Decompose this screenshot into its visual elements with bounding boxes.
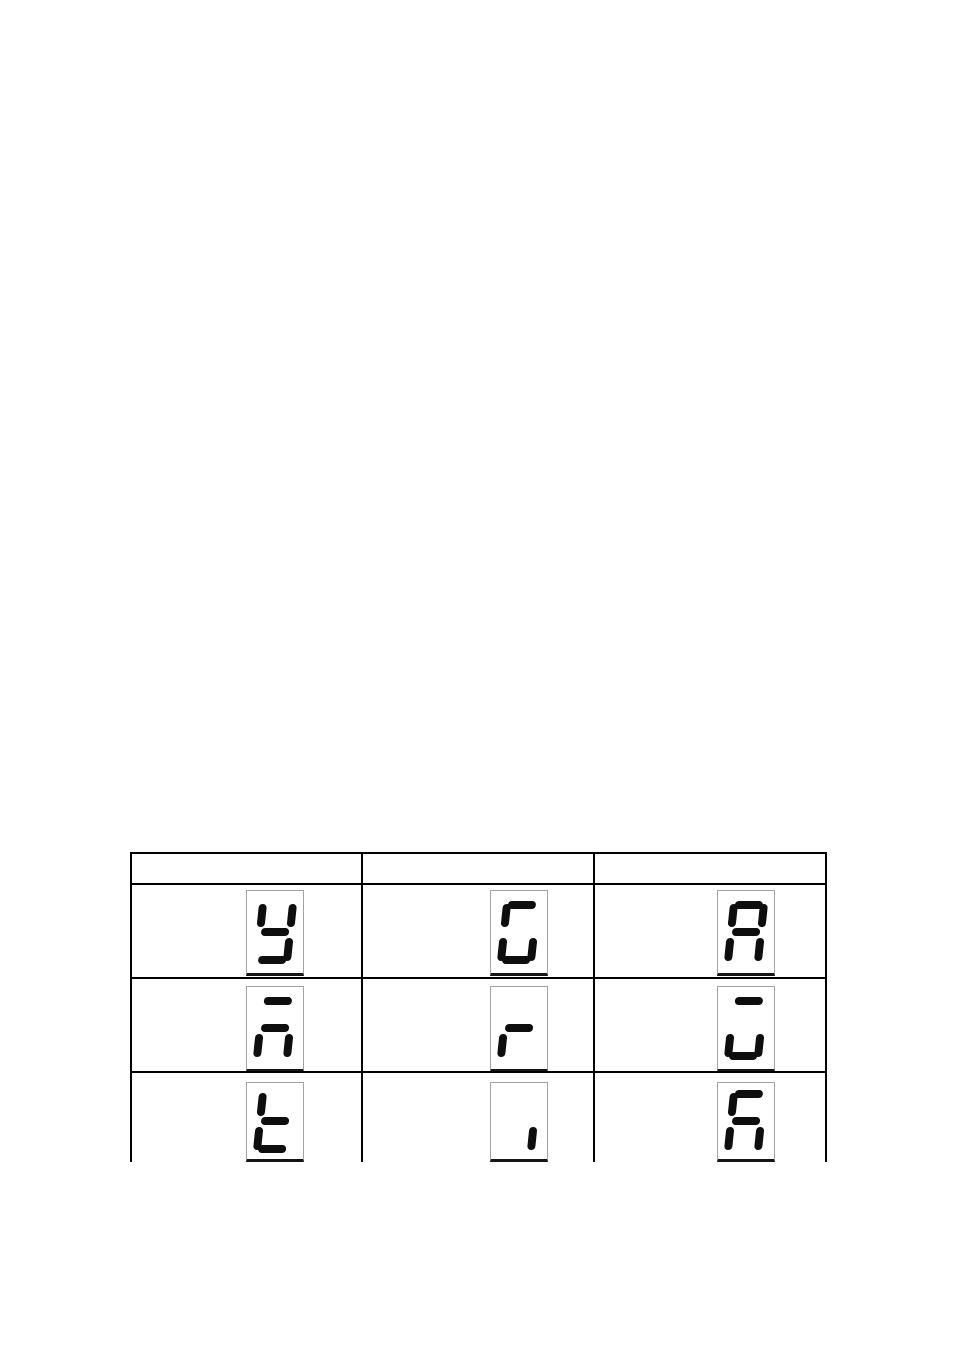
seven-segment-u-with-top-bar: [724, 997, 769, 1060]
display-image-frame: [717, 986, 775, 1072]
table-cell-r3c3: [593, 1071, 825, 1162]
segment-d: [729, 1052, 758, 1060]
seven-segment-h-with-top-bar: [724, 1090, 769, 1153]
segment-d: [502, 956, 531, 964]
table-cell-r2c2: [361, 977, 593, 1071]
segment-g: [261, 1117, 290, 1125]
segment-g: [261, 928, 290, 936]
table-cell-r3c1: [132, 1071, 361, 1162]
table-cell-r2c1: [132, 977, 361, 1071]
segment-c: [283, 1034, 293, 1057]
segment-a: [507, 901, 536, 909]
seven-segment-r: [497, 997, 542, 1060]
segment-e: [497, 1034, 507, 1057]
table-cell-r1c3: [593, 883, 825, 977]
table-cell-r1c2: [361, 883, 593, 977]
segment-d: [258, 956, 287, 964]
seven-segment-G: [497, 901, 542, 964]
display-image-frame: [717, 1082, 775, 1162]
segment-a: [734, 997, 763, 1005]
display-image-frame: [246, 986, 304, 1072]
display-image-frame: [490, 1082, 548, 1162]
table-cell-r3c2: [361, 1071, 593, 1162]
header-cell-1: [132, 854, 361, 883]
segment-g: [505, 1024, 534, 1032]
segment-b: [287, 904, 297, 927]
display-image-frame: [246, 1082, 304, 1162]
segment-g: [261, 1024, 290, 1032]
header-cell-3: [593, 854, 825, 883]
display-image-frame: [490, 986, 548, 1072]
segment-a: [263, 997, 292, 1005]
segment-e: [724, 1127, 734, 1150]
table-cell-r2c3: [593, 977, 825, 1071]
seven-segment-t: [253, 1090, 298, 1153]
segment-c: [754, 1127, 764, 1150]
segment-a: [734, 1090, 763, 1098]
segment-g: [732, 928, 761, 936]
segment-f: [257, 1093, 267, 1116]
segment-f: [501, 904, 511, 927]
display-image-frame: [490, 890, 548, 976]
segment-b: [758, 904, 768, 927]
segment-d: [258, 1145, 287, 1153]
document-page: [0, 0, 954, 1350]
segment-f: [728, 1093, 738, 1116]
segment-e: [253, 1034, 263, 1057]
seven-segment-y: [253, 901, 298, 964]
seven-segment-A: [724, 901, 769, 964]
segment-c: [527, 1127, 537, 1150]
display-image-frame: [717, 890, 775, 976]
table-cell-r1c1: [132, 883, 361, 977]
seven-segment-n-with-top-bar: [253, 997, 298, 1060]
segment-g: [732, 1117, 761, 1125]
segment-c: [754, 938, 764, 961]
segment-f: [728, 904, 738, 927]
display-image-frame: [246, 890, 304, 976]
seven-segment-character-table: [130, 852, 827, 1162]
segment-e: [724, 938, 734, 961]
seven-segment-i: [497, 1090, 542, 1153]
segment-f: [257, 904, 267, 927]
header-cell-2: [361, 854, 593, 883]
